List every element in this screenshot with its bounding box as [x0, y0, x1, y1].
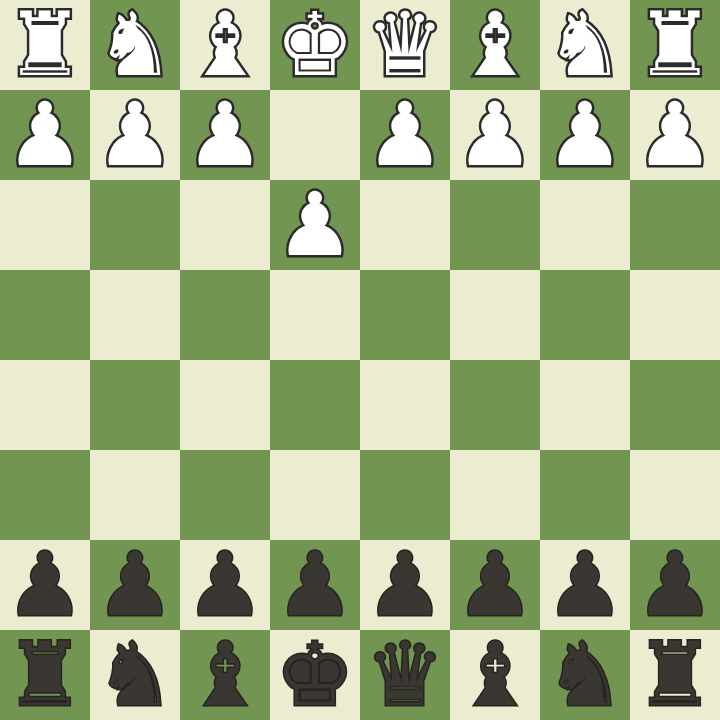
square-g5[interactable]	[90, 360, 180, 450]
black-rook[interactable]: ♜	[6, 631, 85, 719]
black-rook[interactable]: ♜	[636, 631, 715, 719]
white-knight[interactable]: ♞	[546, 1, 625, 89]
black-knight[interactable]: ♞	[96, 631, 175, 719]
square-c6[interactable]	[450, 450, 540, 540]
square-e1[interactable]: ♚	[270, 0, 360, 90]
white-pawn[interactable]: ♟	[546, 91, 625, 179]
black-pawn[interactable]: ♟	[276, 541, 355, 629]
square-e4[interactable]	[270, 270, 360, 360]
square-b8[interactable]: ♞	[540, 630, 630, 720]
square-e2[interactable]	[270, 90, 360, 180]
black-bishop[interactable]: ♝	[456, 631, 535, 719]
square-c2[interactable]: ♟	[450, 90, 540, 180]
square-f1[interactable]: ♝	[180, 0, 270, 90]
square-c3[interactable]	[450, 180, 540, 270]
chess-board: ♜♞♝♚♛♝♞♜♟♟♟♟♟♟♟♟♟♟♟♟♟♟♟♟♜♞♝♚♛♝♞♜	[0, 0, 720, 720]
white-bishop[interactable]: ♝	[456, 1, 535, 89]
white-knight[interactable]: ♞	[96, 1, 175, 89]
square-h5[interactable]	[0, 360, 90, 450]
square-h7[interactable]: ♟	[0, 540, 90, 630]
square-d5[interactable]	[360, 360, 450, 450]
square-g7[interactable]: ♟	[90, 540, 180, 630]
square-g1[interactable]: ♞	[90, 0, 180, 90]
black-pawn[interactable]: ♟	[96, 541, 175, 629]
black-pawn[interactable]: ♟	[456, 541, 535, 629]
square-b7[interactable]: ♟	[540, 540, 630, 630]
square-d6[interactable]	[360, 450, 450, 540]
square-g4[interactable]	[90, 270, 180, 360]
square-g2[interactable]: ♟	[90, 90, 180, 180]
square-d4[interactable]	[360, 270, 450, 360]
square-h1[interactable]: ♜	[0, 0, 90, 90]
white-pawn[interactable]: ♟	[456, 91, 535, 179]
square-e5[interactable]	[270, 360, 360, 450]
square-c8[interactable]: ♝	[450, 630, 540, 720]
square-h8[interactable]: ♜	[0, 630, 90, 720]
white-bishop[interactable]: ♝	[186, 1, 265, 89]
square-c1[interactable]: ♝	[450, 0, 540, 90]
square-h3[interactable]	[0, 180, 90, 270]
square-g3[interactable]	[90, 180, 180, 270]
black-pawn[interactable]: ♟	[366, 541, 445, 629]
square-a6[interactable]	[630, 450, 720, 540]
square-e8[interactable]: ♚	[270, 630, 360, 720]
square-h6[interactable]	[0, 450, 90, 540]
square-c4[interactable]	[450, 270, 540, 360]
square-d2[interactable]: ♟	[360, 90, 450, 180]
black-knight[interactable]: ♞	[546, 631, 625, 719]
square-f4[interactable]	[180, 270, 270, 360]
white-queen[interactable]: ♛	[366, 1, 445, 89]
square-a4[interactable]	[630, 270, 720, 360]
square-g6[interactable]	[90, 450, 180, 540]
square-b1[interactable]: ♞	[540, 0, 630, 90]
white-king[interactable]: ♚	[276, 1, 355, 89]
square-a7[interactable]: ♟	[630, 540, 720, 630]
square-f2[interactable]: ♟	[180, 90, 270, 180]
square-d1[interactable]: ♛	[360, 0, 450, 90]
square-h4[interactable]	[0, 270, 90, 360]
black-bishop[interactable]: ♝	[186, 631, 265, 719]
square-a2[interactable]: ♟	[630, 90, 720, 180]
square-b5[interactable]	[540, 360, 630, 450]
square-a3[interactable]	[630, 180, 720, 270]
black-pawn[interactable]: ♟	[186, 541, 265, 629]
square-a8[interactable]: ♜	[630, 630, 720, 720]
square-c5[interactable]	[450, 360, 540, 450]
square-d8[interactable]: ♛	[360, 630, 450, 720]
square-b3[interactable]	[540, 180, 630, 270]
white-pawn[interactable]: ♟	[366, 91, 445, 179]
square-a1[interactable]: ♜	[630, 0, 720, 90]
black-pawn[interactable]: ♟	[546, 541, 625, 629]
square-d7[interactable]: ♟	[360, 540, 450, 630]
square-f7[interactable]: ♟	[180, 540, 270, 630]
square-a5[interactable]	[630, 360, 720, 450]
square-b6[interactable]	[540, 450, 630, 540]
square-b2[interactable]: ♟	[540, 90, 630, 180]
square-c7[interactable]: ♟	[450, 540, 540, 630]
black-queen[interactable]: ♛	[366, 631, 445, 719]
square-e3[interactable]: ♟	[270, 180, 360, 270]
white-pawn[interactable]: ♟	[276, 181, 355, 269]
white-rook[interactable]: ♜	[6, 1, 85, 89]
square-f3[interactable]	[180, 180, 270, 270]
square-d3[interactable]	[360, 180, 450, 270]
white-pawn[interactable]: ♟	[636, 91, 715, 179]
square-f6[interactable]	[180, 450, 270, 540]
square-f8[interactable]: ♝	[180, 630, 270, 720]
square-b4[interactable]	[540, 270, 630, 360]
square-f5[interactable]	[180, 360, 270, 450]
black-pawn[interactable]: ♟	[6, 541, 85, 629]
black-pawn[interactable]: ♟	[636, 541, 715, 629]
white-pawn[interactable]: ♟	[186, 91, 265, 179]
white-rook[interactable]: ♜	[636, 1, 715, 89]
square-h2[interactable]: ♟	[0, 90, 90, 180]
white-pawn[interactable]: ♟	[6, 91, 85, 179]
square-g8[interactable]: ♞	[90, 630, 180, 720]
white-pawn[interactable]: ♟	[96, 91, 175, 179]
square-e6[interactable]	[270, 450, 360, 540]
black-king[interactable]: ♚	[276, 631, 355, 719]
square-e7[interactable]: ♟	[270, 540, 360, 630]
